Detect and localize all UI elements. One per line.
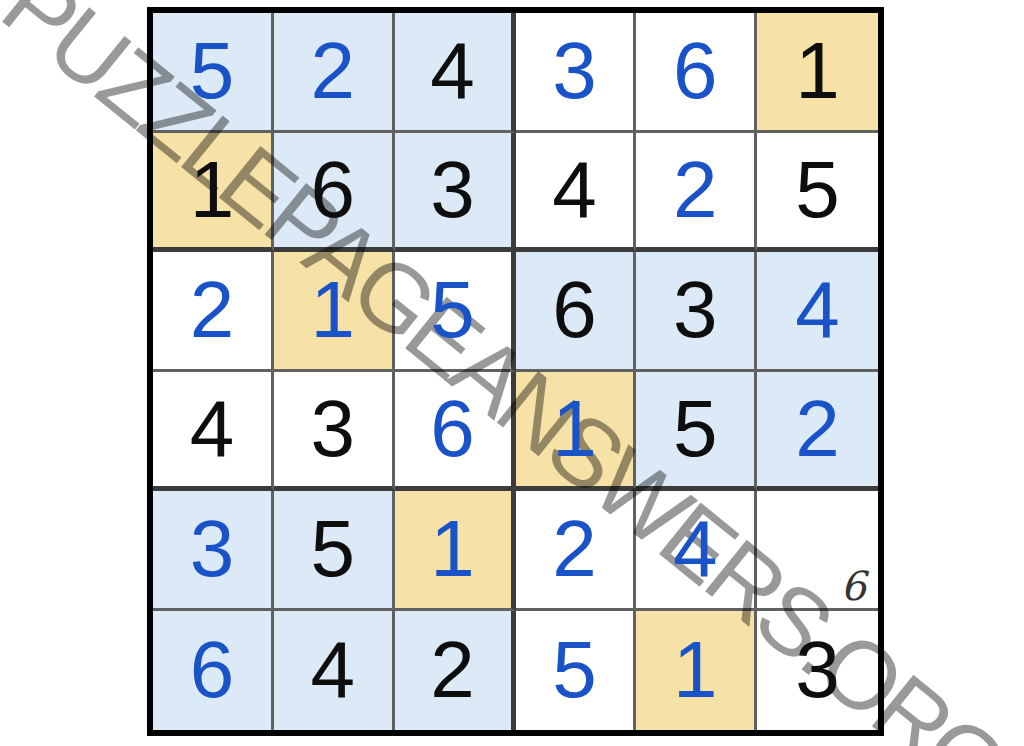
cell-digit: 3 <box>310 389 355 469</box>
cell-digit: 6 <box>552 270 597 350</box>
cell-digit: 6 <box>190 630 235 710</box>
cell-r6c2[interactable]: 4 <box>274 611 395 731</box>
cell-digit: 3 <box>673 270 718 350</box>
cell-r3c6[interactable]: 4 <box>757 252 878 372</box>
cell-r1c4[interactable]: 3 <box>516 13 637 133</box>
cell-digit: 4 <box>430 31 475 111</box>
cell-digit: 2 <box>673 150 718 230</box>
cell-digit: 5 <box>310 509 355 589</box>
cell-digit: 1 <box>310 270 355 350</box>
cell-digit: 1 <box>673 630 718 710</box>
cell-r2c2[interactable]: 6 <box>274 133 395 253</box>
cell-r4c1[interactable]: 4 <box>153 372 274 492</box>
cell-digit: 5 <box>190 31 235 111</box>
cell-digit: 3 <box>552 31 597 111</box>
cell-r3c3[interactable]: 5 <box>395 252 516 372</box>
cell-digit: 5 <box>673 389 718 469</box>
cell-r5c5[interactable]: 4 <box>636 491 757 611</box>
cell-digit: 6 <box>310 150 355 230</box>
cell-r5c1[interactable]: 3 <box>153 491 274 611</box>
cell-digit: 2 <box>310 31 355 111</box>
cell-r1c2[interactable]: 2 <box>274 13 395 133</box>
cell-digit: 5 <box>795 150 840 230</box>
cell-digit: 1 <box>795 31 840 111</box>
pencil-mark: 6 <box>841 566 866 606</box>
cell-digit: 2 <box>430 630 475 710</box>
cell-r4c3[interactable]: 6 <box>395 372 516 492</box>
cell-digit: 5 <box>552 630 597 710</box>
cell-r6c6[interactable]: 3 <box>757 611 878 731</box>
cell-r5c3[interactable]: 1 <box>395 491 516 611</box>
cell-digit: 2 <box>190 270 235 350</box>
cell-digit: 3 <box>430 150 475 230</box>
cell-r5c4[interactable]: 2 <box>516 491 637 611</box>
cell-r6c1[interactable]: 6 <box>153 611 274 731</box>
cell-digit: 5 <box>430 270 475 350</box>
cell-digit: 4 <box>552 150 597 230</box>
cell-r3c1[interactable]: 2 <box>153 252 274 372</box>
cell-r4c2[interactable]: 3 <box>274 372 395 492</box>
cell-digit: 3 <box>795 630 840 710</box>
cell-digit: 4 <box>673 509 718 589</box>
cell-r3c2[interactable]: 1 <box>274 252 395 372</box>
cell-r6c5[interactable]: 1 <box>636 611 757 731</box>
cell-r1c3[interactable]: 4 <box>395 13 516 133</box>
cell-r2c3[interactable]: 3 <box>395 133 516 253</box>
cell-digit: 4 <box>190 389 235 469</box>
cell-digit: 1 <box>430 509 475 589</box>
cell-r2c5[interactable]: 2 <box>636 133 757 253</box>
cell-r5c6-empty[interactable]: 6 <box>757 491 878 611</box>
cell-r2c1[interactable]: 1 <box>153 133 274 253</box>
cell-r2c6[interactable]: 5 <box>757 133 878 253</box>
cell-digit: 3 <box>190 509 235 589</box>
cell-digit: 6 <box>673 31 718 111</box>
cell-digit: 2 <box>795 389 840 469</box>
sudoku-board: 5 2 4 3 6 1 1 6 3 4 2 5 2 1 5 6 3 4 4 3 … <box>147 7 884 736</box>
cell-r6c3[interactable]: 2 <box>395 611 516 731</box>
page: 5 2 4 3 6 1 1 6 3 4 2 5 2 1 5 6 3 4 4 3 … <box>0 0 1024 746</box>
cell-r2c4[interactable]: 4 <box>516 133 637 253</box>
cell-digit: 1 <box>552 389 597 469</box>
cell-r5c2[interactable]: 5 <box>274 491 395 611</box>
cell-r1c5[interactable]: 6 <box>636 13 757 133</box>
cell-r3c4[interactable]: 6 <box>516 252 637 372</box>
cell-digit: 2 <box>552 509 597 589</box>
cell-digit: 4 <box>795 270 840 350</box>
cell-digit: 1 <box>190 150 235 230</box>
cell-digit: 4 <box>310 630 355 710</box>
cell-r4c4[interactable]: 1 <box>516 372 637 492</box>
cell-r4c6[interactable]: 2 <box>757 372 878 492</box>
cell-digit: 6 <box>430 389 475 469</box>
cell-r4c5[interactable]: 5 <box>636 372 757 492</box>
cell-r6c4[interactable]: 5 <box>516 611 637 731</box>
cell-r1c1[interactable]: 5 <box>153 13 274 133</box>
cell-r3c5[interactable]: 3 <box>636 252 757 372</box>
cell-r1c6[interactable]: 1 <box>757 13 878 133</box>
